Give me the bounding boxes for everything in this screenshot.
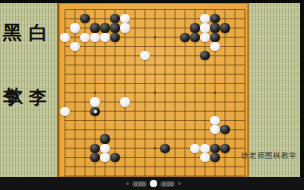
white-stone: [60, 33, 70, 42]
play-button[interactable]: [150, 180, 157, 187]
black-stone: [200, 51, 210, 60]
black-stone: [90, 153, 100, 162]
black-stone: [220, 125, 230, 134]
white-stone: [190, 144, 200, 153]
watermark-text: 徐老师围棋教学: [241, 152, 301, 160]
white-stone: [200, 144, 210, 153]
white-stone: [120, 23, 130, 32]
black-stone: [110, 23, 120, 32]
player-controls: 0:00 0:00: [126, 180, 181, 187]
black-stone: [190, 23, 200, 32]
black-stone: [190, 33, 200, 42]
black-stone: [80, 14, 90, 23]
current-time-label: 0:00: [132, 181, 147, 187]
black-stone: [210, 14, 220, 23]
go-board: [57, 3, 249, 177]
white-stone: [70, 23, 80, 32]
white-stone: [100, 33, 110, 42]
black-side-label: 黑: [0, 23, 24, 42]
white-stone: [210, 42, 220, 51]
white-stone: [80, 33, 90, 42]
black-stone: [100, 134, 110, 143]
white-stone: [100, 153, 110, 162]
white-stone: [210, 125, 220, 134]
white-side-label: 白: [26, 23, 50, 42]
black-stone: [220, 23, 230, 32]
white-stone: [120, 14, 130, 23]
last-move-marker: [94, 110, 97, 113]
black-stone: [110, 153, 120, 162]
black-stone: [210, 153, 220, 162]
white-stone: [200, 23, 210, 32]
video-control-bar: 0:00 0:00: [0, 177, 304, 190]
white-stone: [210, 116, 220, 125]
black-stone: [210, 23, 220, 32]
white-stone: [90, 97, 100, 106]
black-stone: [210, 33, 220, 42]
black-stone: [180, 33, 190, 42]
black-stone: [110, 33, 120, 42]
black-stone: [210, 144, 220, 153]
white-stone: [70, 42, 80, 51]
tatami-background: 黑 李轩豪 白 李钦诚 徐老师围棋教学: [0, 3, 300, 177]
control-dot-right: [178, 182, 181, 185]
star-point: [94, 91, 97, 94]
black-stone: [220, 144, 230, 153]
white-stone: [200, 153, 210, 162]
black-stone: [90, 23, 100, 32]
white-stone: [140, 51, 150, 60]
white-stone: [120, 97, 130, 106]
total-time-label: 0:00: [160, 181, 175, 187]
black-stone: [110, 14, 120, 23]
star-point: [214, 91, 217, 94]
black-stone: [160, 144, 170, 153]
black-stone: [100, 23, 110, 32]
white-player-name: 李钦诚: [26, 73, 50, 77]
white-stone: [90, 33, 100, 42]
control-dot-left: [126, 182, 129, 185]
white-stone: [200, 33, 210, 42]
white-stone: [100, 144, 110, 153]
white-stone: [60, 107, 70, 116]
star-point: [154, 91, 157, 94]
star-point: [154, 147, 157, 150]
video-frame: 黑 李轩豪 白 李钦诚 徐老师围棋教学 0:00 0:00: [0, 0, 304, 190]
star-point: [154, 36, 157, 39]
white-stone: [200, 14, 210, 23]
black-stone: [90, 144, 100, 153]
